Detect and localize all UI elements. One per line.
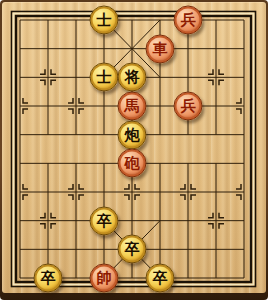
piece-black-soldier[interactable]: 卒 — [34, 264, 63, 293]
piece-black-advisor[interactable]: 士 — [90, 63, 119, 92]
piece-black-cannon[interactable]: 炮 — [118, 120, 147, 149]
piece-red-general[interactable]: 帥 — [90, 264, 119, 293]
piece-black-soldier[interactable]: 卒 — [146, 264, 175, 293]
piece-red-horse[interactable]: 馬 — [118, 92, 147, 121]
piece-red-soldier[interactable]: 兵 — [174, 92, 203, 121]
piece-black-soldier[interactable]: 卒 — [118, 235, 147, 264]
piece-red-cannon[interactable]: 砲 — [118, 149, 147, 178]
piece-layer: 士兵車士将馬兵炮砲卒卒卒帥卒 — [0, 0, 268, 300]
piece-red-chariot[interactable]: 車 — [146, 34, 175, 63]
piece-black-soldier[interactable]: 卒 — [90, 206, 119, 235]
piece-black-general[interactable]: 将 — [118, 63, 147, 92]
piece-red-soldier[interactable]: 兵 — [174, 6, 203, 35]
xiangqi-board-widget: 士兵車士将馬兵炮砲卒卒卒帥卒 — [0, 0, 268, 300]
piece-black-advisor[interactable]: 士 — [90, 6, 119, 35]
